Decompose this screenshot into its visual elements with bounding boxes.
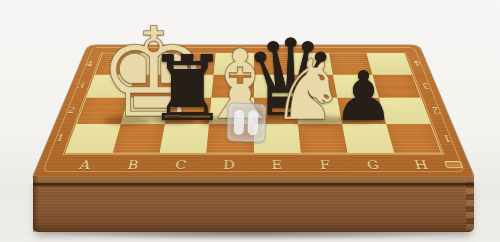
square-e4 <box>254 53 294 74</box>
coordinate-label: 4 <box>413 60 422 68</box>
coordinate-label: H <box>412 158 430 172</box>
square-b3 <box>128 74 174 97</box>
coordinate-label: D <box>223 158 236 172</box>
coordinate-label: G <box>366 158 382 172</box>
square-c4 <box>174 53 216 74</box>
piece-shadow <box>151 115 195 124</box>
coordinate-label: A <box>77 158 93 172</box>
piece-shadow <box>104 116 152 125</box>
coordinate-label: 3 <box>76 82 86 90</box>
square-f1 <box>298 124 348 153</box>
coordinate-label: F <box>319 158 332 172</box>
square-a4 <box>95 53 140 74</box>
square-d4 <box>214 53 254 74</box>
square-g3 <box>333 74 379 97</box>
maker-mark-icon <box>444 161 463 168</box>
coordinate-label: 1 <box>441 133 453 144</box>
chess-box-front <box>33 176 474 232</box>
coordinate-label: E <box>271 158 283 172</box>
square-f4 <box>291 53 333 74</box>
square-d3 <box>212 74 254 97</box>
screenshot-root: 4321 4321 ABCDEFGH ♚ ♜ ♝ ♛ ♞ ♟ <box>0 0 500 242</box>
square-e3 <box>254 74 296 97</box>
coordinate-label: 1 <box>55 133 67 144</box>
coordinate-label: C <box>174 158 188 172</box>
piece-shadow <box>338 115 378 123</box>
square-f3 <box>293 74 337 97</box>
coordinate-label: 3 <box>421 82 431 90</box>
coordinate-label: 4 <box>85 60 94 68</box>
square-g4 <box>329 53 372 74</box>
box-shadow <box>45 228 465 240</box>
coordinate-label: 2 <box>66 106 77 115</box>
translucent-packet <box>226 102 266 142</box>
file-labels: ABCDEFGH <box>57 153 450 177</box>
square-b1 <box>113 124 165 153</box>
piece-shadow <box>292 116 344 126</box>
square-c3 <box>170 74 214 97</box>
square-c1 <box>160 124 210 153</box>
square-b4 <box>135 53 178 74</box>
coordinate-label: 2 <box>430 106 441 115</box>
coordinate-label: B <box>126 158 141 172</box>
